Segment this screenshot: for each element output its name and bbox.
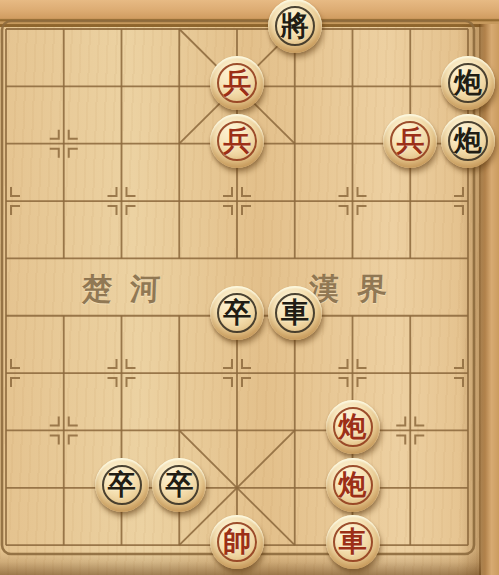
piece-black-cannon[interactable]: 炮 — [441, 114, 495, 168]
piece-character: 炮 — [326, 400, 380, 454]
piece-character: 帥 — [210, 515, 264, 569]
piece-character: 兵 — [383, 114, 437, 168]
piece-character: 卒 — [95, 458, 149, 512]
piece-red-soldier[interactable]: 兵 — [210, 114, 264, 168]
piece-red-general[interactable]: 帥 — [210, 515, 264, 569]
piece-black-soldier[interactable]: 卒 — [210, 286, 264, 340]
piece-character: 車 — [326, 515, 380, 569]
river-label-right: 漢界 — [308, 269, 405, 310]
piece-character: 兵 — [210, 114, 264, 168]
river-label-left: 楚河 — [81, 269, 178, 310]
piece-black-soldier[interactable]: 卒 — [152, 458, 206, 512]
piece-black-cannon[interactable]: 炮 — [441, 56, 495, 110]
piece-character: 卒 — [152, 458, 206, 512]
piece-character: 車 — [268, 286, 322, 340]
piece-red-cannon[interactable]: 炮 — [326, 458, 380, 512]
piece-character: 炮 — [326, 458, 380, 512]
piece-red-cannon[interactable]: 炮 — [326, 400, 380, 454]
piece-character: 兵 — [210, 56, 264, 110]
piece-red-chariot[interactable]: 車 — [326, 515, 380, 569]
piece-red-soldier[interactable]: 兵 — [210, 56, 264, 110]
piece-black-soldier[interactable]: 卒 — [95, 458, 149, 512]
piece-character: 卒 — [210, 286, 264, 340]
piece-character: 炮 — [441, 114, 495, 168]
piece-character: 將 — [268, 0, 322, 53]
piece-black-general[interactable]: 將 — [268, 0, 322, 53]
piece-character: 炮 — [441, 56, 495, 110]
piece-red-soldier[interactable]: 兵 — [383, 114, 437, 168]
xiangqi-board: 楚河 漢界 將兵炮兵兵炮卒車炮卒卒炮帥車 — [0, 0, 499, 575]
piece-black-chariot[interactable]: 車 — [268, 286, 322, 340]
